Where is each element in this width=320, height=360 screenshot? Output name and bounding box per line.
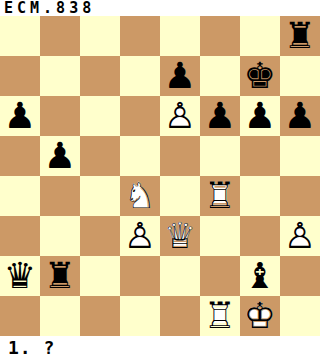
square-e1[interactable] (160, 296, 200, 336)
white-pawn-outline: ♙ (160, 96, 200, 136)
square-e4[interactable] (160, 176, 200, 216)
square-c2[interactable] (80, 256, 120, 296)
black-pawn-glyph: ♟ (40, 136, 80, 176)
square-a7[interactable] (0, 56, 40, 96)
square-e2[interactable] (160, 256, 200, 296)
black-rook-glyph: ♜ (280, 16, 320, 56)
black-bishop-glyph: ♝ (240, 256, 280, 296)
square-a3[interactable] (0, 216, 40, 256)
square-b8[interactable] (40, 16, 80, 56)
square-d8[interactable] (120, 16, 160, 56)
white-rook: ♜♖ (200, 296, 240, 336)
square-f8[interactable] (200, 16, 240, 56)
black-rook: ♜ (40, 256, 80, 296)
black-pawn-glyph: ♟ (160, 56, 200, 96)
square-d1[interactable] (120, 296, 160, 336)
square-c7[interactable] (80, 56, 120, 96)
white-queen-outline: ♕ (160, 216, 200, 256)
white-pawn: ♟♙ (120, 216, 160, 256)
square-g1[interactable]: ♚♔ (240, 296, 280, 336)
footer: 1. ? (0, 336, 320, 360)
square-h8[interactable]: ♜ (280, 16, 320, 56)
square-a2[interactable]: ♛ (0, 256, 40, 296)
square-f7[interactable] (200, 56, 240, 96)
black-pawn: ♟ (160, 56, 200, 96)
square-d6[interactable] (120, 96, 160, 136)
square-c6[interactable] (80, 96, 120, 136)
white-king-outline: ♔ (240, 296, 280, 336)
white-pawn-outline: ♙ (280, 216, 320, 256)
square-h3[interactable]: ♟♙ (280, 216, 320, 256)
move-prompt: 1. ? (0, 336, 55, 360)
black-king-glyph: ♚ (240, 56, 280, 96)
black-queen: ♛ (0, 256, 40, 296)
square-a4[interactable] (0, 176, 40, 216)
white-rook: ♜♖ (200, 176, 240, 216)
square-e3[interactable]: ♛♕ (160, 216, 200, 256)
square-b2[interactable]: ♜ (40, 256, 80, 296)
page-title: ECM.838 (0, 0, 95, 16)
square-b7[interactable] (40, 56, 80, 96)
black-pawn-glyph: ♟ (200, 96, 240, 136)
black-rook: ♜ (280, 16, 320, 56)
square-a5[interactable] (0, 136, 40, 176)
white-pawn: ♟♙ (280, 216, 320, 256)
white-rook-outline: ♖ (200, 176, 240, 216)
black-pawn-glyph: ♟ (280, 96, 320, 136)
square-f3[interactable] (200, 216, 240, 256)
square-g8[interactable] (240, 16, 280, 56)
square-c5[interactable] (80, 136, 120, 176)
square-a8[interactable] (0, 16, 40, 56)
square-f6[interactable]: ♟ (200, 96, 240, 136)
black-pawn-glyph: ♟ (0, 96, 40, 136)
chess-board: ♜♟♚♟♟♙♟♟♟♟♞♘♜♖♟♙♛♕♟♙♛♜♝♜♖♚♔ (0, 16, 320, 336)
square-c3[interactable] (80, 216, 120, 256)
square-h2[interactable] (280, 256, 320, 296)
square-d7[interactable] (120, 56, 160, 96)
black-rook-glyph: ♜ (40, 256, 80, 296)
square-c4[interactable] (80, 176, 120, 216)
header: ECM.838 (0, 0, 320, 16)
square-g6[interactable]: ♟ (240, 96, 280, 136)
black-king: ♚ (240, 56, 280, 96)
square-e7[interactable]: ♟ (160, 56, 200, 96)
black-pawn: ♟ (280, 96, 320, 136)
black-queen-glyph: ♛ (0, 256, 40, 296)
square-h7[interactable] (280, 56, 320, 96)
square-g3[interactable] (240, 216, 280, 256)
square-b1[interactable] (40, 296, 80, 336)
black-pawn: ♟ (240, 96, 280, 136)
square-d3[interactable]: ♟♙ (120, 216, 160, 256)
square-h4[interactable] (280, 176, 320, 216)
square-d2[interactable] (120, 256, 160, 296)
black-pawn: ♟ (200, 96, 240, 136)
square-e6[interactable]: ♟♙ (160, 96, 200, 136)
square-a6[interactable]: ♟ (0, 96, 40, 136)
square-h1[interactable] (280, 296, 320, 336)
black-pawn: ♟ (0, 96, 40, 136)
square-g5[interactable] (240, 136, 280, 176)
square-f4[interactable]: ♜♖ (200, 176, 240, 216)
square-b6[interactable] (40, 96, 80, 136)
white-knight: ♞♘ (120, 176, 160, 216)
square-c8[interactable] (80, 16, 120, 56)
black-pawn-glyph: ♟ (240, 96, 280, 136)
white-pawn: ♟♙ (160, 96, 200, 136)
square-h5[interactable] (280, 136, 320, 176)
square-d4[interactable]: ♞♘ (120, 176, 160, 216)
square-b3[interactable] (40, 216, 80, 256)
white-rook-outline: ♖ (200, 296, 240, 336)
white-king: ♚♔ (240, 296, 280, 336)
chess-diagram-window: ECM.838 ♜♟♚♟♟♙♟♟♟♟♞♘♜♖♟♙♛♕♟♙♛♜♝♜♖♚♔ 1. ? (0, 0, 320, 360)
square-h6[interactable]: ♟ (280, 96, 320, 136)
black-bishop: ♝ (240, 256, 280, 296)
square-g4[interactable] (240, 176, 280, 216)
square-g7[interactable]: ♚ (240, 56, 280, 96)
square-f1[interactable]: ♜♖ (200, 296, 240, 336)
square-a1[interactable] (0, 296, 40, 336)
square-f5[interactable] (200, 136, 240, 176)
white-knight-outline: ♘ (120, 176, 160, 216)
square-b4[interactable] (40, 176, 80, 216)
white-queen: ♛♕ (160, 216, 200, 256)
square-f2[interactable] (200, 256, 240, 296)
square-e5[interactable] (160, 136, 200, 176)
square-g2[interactable]: ♝ (240, 256, 280, 296)
square-e8[interactable] (160, 16, 200, 56)
black-pawn: ♟ (40, 136, 80, 176)
square-d5[interactable] (120, 136, 160, 176)
white-pawn-outline: ♙ (120, 216, 160, 256)
square-c1[interactable] (80, 296, 120, 336)
square-b5[interactable]: ♟ (40, 136, 80, 176)
